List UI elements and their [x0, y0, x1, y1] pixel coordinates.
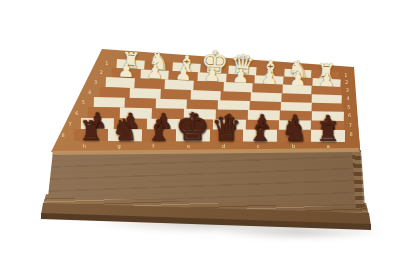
square-g8: ♞ — [108, 129, 142, 141]
board-frame-front-edge — [0, 0, 420, 259]
piece-white-pawn: ♟ — [289, 70, 307, 90]
square-g3 — [135, 78, 165, 89]
coord-rank-left-8: 8 — [62, 133, 65, 138]
square-g1: ♞ — [144, 61, 172, 71]
piece-black-knight: ♞ — [281, 116, 308, 146]
ground-shadow-right — [0, 0, 420, 259]
piece-white-pawn: ♟ — [231, 67, 249, 87]
plinth-bottom-edge — [0, 0, 420, 259]
board-row-rank-8: ♜♞♝♚♛♝♞♜ — [74, 129, 345, 142]
square-h7: ♟ — [81, 118, 114, 130]
square-c8: ♝ — [243, 130, 277, 142]
coord-rank-right-7: 7 — [349, 123, 352, 128]
square-g4 — [130, 88, 161, 99]
coord-rank-left-3: 3 — [94, 80, 97, 85]
coord-file-back-g: g — [158, 54, 161, 58]
square-b7: ♟ — [278, 120, 311, 132]
square-d5 — [218, 100, 249, 111]
coord-file-back-d: d — [241, 59, 244, 63]
coord-rank-right-5: 5 — [347, 105, 350, 110]
piece-white-bishop: ♝ — [259, 56, 281, 80]
piece-white-pawn: ♟ — [146, 63, 164, 83]
piece-black-bishop: ♝ — [247, 117, 273, 146]
square-c4 — [251, 92, 282, 103]
piece-white-rook: ♜ — [121, 50, 141, 73]
piece-black-rook: ♜ — [79, 118, 103, 145]
coord-file-front-a: a — [327, 144, 330, 150]
piece-white-pawn: ♟ — [174, 64, 192, 84]
square-d4 — [221, 91, 252, 102]
square-e5 — [187, 99, 218, 110]
chest-right-face — [0, 0, 420, 259]
square-a6 — [311, 111, 343, 122]
piece-white-knight: ♞ — [287, 57, 310, 82]
square-e8: ♚ — [176, 130, 210, 142]
piece-white-knight: ♞ — [147, 49, 170, 74]
piece-black-pawn: ♟ — [219, 112, 239, 134]
square-a5 — [311, 102, 342, 113]
square-h1: ♜ — [116, 59, 144, 69]
square-b5 — [280, 102, 311, 113]
square-e6 — [183, 109, 215, 120]
piece-black-rook: ♜ — [316, 119, 340, 146]
piece-black-bishop: ♝ — [146, 116, 172, 145]
piece-white-pawn: ♟ — [260, 68, 278, 88]
square-h4 — [100, 87, 131, 98]
coord-rank-right-3: 3 — [346, 88, 349, 93]
coord-rank-right-2: 2 — [345, 80, 348, 85]
piece-black-king: ♚ — [175, 108, 210, 147]
square-g6 — [119, 108, 151, 119]
plinth-molding-base — [0, 0, 420, 259]
square-a8: ♜ — [311, 130, 345, 142]
square-d3 — [223, 82, 253, 93]
coord-file-front-d: d — [222, 144, 226, 150]
coord-file-front-h: h — [82, 144, 86, 150]
plinth-molding-upper — [0, 0, 420, 259]
square-b1: ♞ — [284, 69, 312, 79]
square-f2: ♟ — [168, 71, 197, 82]
piece-black-pawn: ♟ — [186, 112, 206, 134]
square-h8: ♜ — [74, 129, 108, 141]
coord-rank-right-8: 8 — [350, 132, 353, 137]
coord-file-front-f: f — [152, 144, 154, 150]
square-h6 — [87, 107, 119, 118]
square-f3 — [164, 80, 194, 91]
square-b6 — [279, 111, 311, 122]
square-g5 — [125, 98, 156, 109]
board-row-rank-6 — [87, 107, 343, 123]
finger-joint-corner — [0, 0, 420, 259]
piece-white-king: ♚ — [200, 46, 230, 79]
coord-file-back-e: e — [214, 58, 216, 62]
coord-file-back-b: b — [297, 63, 300, 67]
square-f4 — [160, 89, 191, 100]
square-e3 — [194, 81, 224, 92]
piece-white-bishop: ♝ — [176, 51, 198, 75]
board-row-rank-5 — [94, 97, 343, 114]
piece-black-pawn: ♟ — [88, 111, 108, 133]
square-b2: ♟ — [283, 76, 312, 87]
board-row-rank-1: ♜♞♝♚♛♝♞♜ — [116, 59, 340, 81]
coord-rank-right-4: 4 — [346, 96, 349, 101]
coord-rank-left-6: 6 — [75, 111, 78, 116]
coord-rank-left-4: 4 — [88, 90, 91, 95]
square-c5 — [249, 101, 280, 112]
piece-black-pawn: ♟ — [285, 113, 305, 135]
square-g2: ♟ — [140, 69, 169, 80]
square-e2: ♟ — [197, 72, 226, 83]
square-d6 — [215, 110, 247, 121]
piece-white-pawn: ♟ — [117, 61, 135, 81]
square-f8: ♝ — [142, 130, 176, 142]
square-h2: ♟ — [111, 68, 140, 79]
square-f1: ♝ — [172, 62, 200, 72]
coord-rank-left-5: 5 — [82, 100, 85, 105]
piece-white-queen: ♛ — [229, 51, 255, 80]
coord-file-front-e: e — [187, 144, 190, 150]
square-c6 — [247, 110, 279, 121]
coord-rank-left-2: 2 — [100, 70, 103, 75]
piece-white-pawn: ♟ — [317, 71, 335, 91]
square-h3 — [106, 77, 136, 88]
piece-black-pawn: ♟ — [153, 111, 173, 133]
coord-file-front-g: g — [117, 144, 121, 150]
square-e4 — [190, 90, 221, 101]
board-row-rank-4 — [100, 87, 342, 105]
square-c7: ♟ — [245, 120, 278, 132]
square-c1: ♝ — [256, 67, 284, 77]
board-row-rank-3 — [106, 77, 342, 97]
square-b8: ♞ — [277, 130, 311, 142]
chess-set-photo: ♜♞♝♚♛♝♞♜♟♟♟♟♟♟♟♟♟♟♟♟♟♟♟♟♜♞♝♚♛♝♞♜ 1122334… — [0, 0, 420, 259]
square-c2: ♟ — [254, 75, 283, 86]
square-d7: ♟ — [213, 119, 246, 131]
piece-black-queen: ♛ — [211, 112, 242, 146]
coord-file-front-c: c — [257, 144, 260, 150]
coord-rank-left-7: 7 — [69, 122, 72, 127]
coord-file-back-f: f — [186, 56, 187, 60]
square-h5 — [94, 97, 125, 108]
square-f6 — [151, 108, 183, 119]
square-g7: ♟ — [114, 118, 147, 130]
square-a7: ♟ — [311, 121, 344, 133]
board-row-rank-7: ♟♟♟♟♟♟♟♟ — [81, 118, 344, 132]
coord-rank-right-6: 6 — [348, 113, 351, 118]
square-f5 — [156, 98, 187, 109]
chess-board: ♜♞♝♚♛♝♞♜♟♟♟♟♟♟♟♟♟♟♟♟♟♟♟♟♜♞♝♚♛♝♞♜ — [0, 0, 420, 259]
square-e7: ♟ — [180, 119, 213, 131]
square-d2: ♟ — [226, 74, 255, 85]
coord-file-back-h: h — [130, 53, 133, 57]
square-a3 — [311, 86, 341, 97]
square-d8: ♛ — [210, 130, 244, 142]
square-b3 — [282, 84, 312, 95]
piece-black-knight: ♞ — [111, 115, 138, 145]
square-d1: ♛ — [228, 65, 256, 75]
coord-rank-left-1: 1 — [105, 61, 108, 66]
piece-black-pawn: ♟ — [318, 113, 338, 135]
piece-black-pawn: ♟ — [252, 112, 272, 134]
coord-file-front-b: b — [292, 144, 296, 150]
square-f7: ♟ — [147, 119, 180, 131]
piece-white-rook: ♜ — [316, 61, 336, 84]
square-c3 — [253, 83, 283, 94]
square-e1: ♚ — [200, 64, 228, 74]
square-a4 — [311, 94, 342, 105]
chest-front-face — [0, 0, 420, 259]
piece-black-pawn: ♟ — [120, 111, 140, 133]
coord-file-back-c: c — [269, 61, 271, 65]
board-row-rank-2: ♟♟♟♟♟♟♟♟ — [111, 68, 340, 89]
coord-file-back-a: a — [325, 64, 327, 68]
ground-shadow — [0, 0, 420, 259]
coord-rank-right-1: 1 — [344, 73, 347, 78]
board-coordinates: 1122334455667788hhggffeeddccbbaa — [0, 0, 420, 259]
square-a2: ♟ — [312, 78, 341, 89]
board-frame — [0, 0, 420, 259]
piece-white-pawn: ♟ — [203, 66, 221, 86]
square-b4 — [281, 93, 312, 104]
square-a1: ♜ — [312, 70, 340, 80]
